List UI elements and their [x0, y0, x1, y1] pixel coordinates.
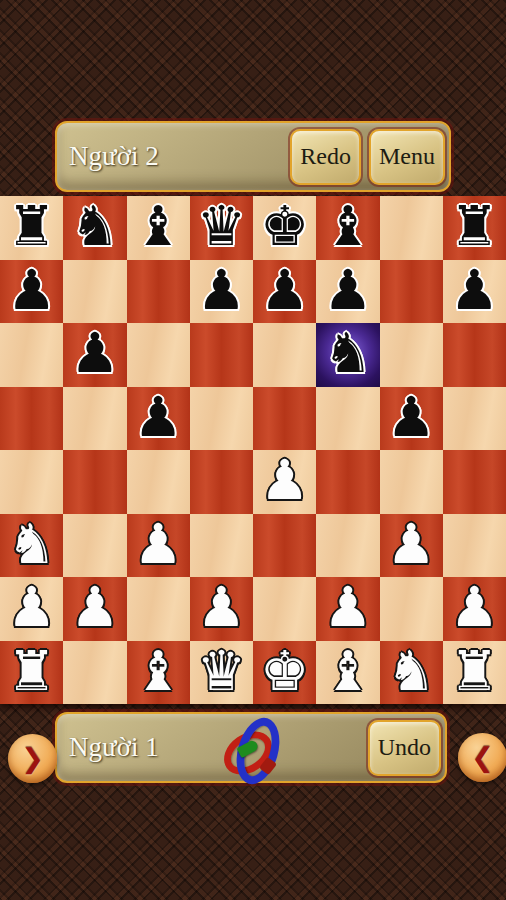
square-a5[interactable] [0, 387, 63, 451]
square-b8[interactable]: ♞ [63, 196, 126, 260]
square-h1[interactable]: ♜ [443, 641, 506, 705]
chess-app-screen: Người 2 Redo Menu ♜♞♝♛♚♝♜♟♟♟♟♟♟♞♟♟♟♞♟♟♟♟… [0, 0, 506, 900]
black-king: ♚ [260, 199, 309, 254]
square-c1[interactable]: ♝ [127, 641, 190, 705]
white-bishop: ♝ [323, 644, 372, 699]
white-pawn: ♟ [386, 517, 435, 572]
white-rook: ♜ [7, 644, 56, 699]
square-f8[interactable]: ♝ [316, 196, 379, 260]
square-f3[interactable] [316, 514, 379, 578]
square-h5[interactable] [443, 387, 506, 451]
black-bishop: ♝ [133, 199, 182, 254]
white-king: ♚ [260, 644, 309, 699]
black-pawn: ♟ [70, 326, 119, 381]
redo-button[interactable]: Redo [290, 129, 361, 185]
bottom-player-bar: Người 1 Undo [55, 712, 447, 783]
square-c3[interactable]: ♟ [127, 514, 190, 578]
square-e3[interactable] [253, 514, 316, 578]
square-a6[interactable] [0, 323, 63, 387]
square-d8[interactable]: ♛ [190, 196, 253, 260]
square-h2[interactable]: ♟ [443, 577, 506, 641]
busy-spinner-icon [224, 717, 282, 779]
next-move-button[interactable]: ❮ [458, 733, 506, 782]
black-knight: ♞ [70, 199, 119, 254]
square-c6[interactable] [127, 323, 190, 387]
player2-label: Người 2 [69, 141, 159, 172]
square-c8[interactable]: ♝ [127, 196, 190, 260]
white-pawn: ♟ [133, 517, 182, 572]
square-c2[interactable] [127, 577, 190, 641]
menu-button[interactable]: Menu [369, 129, 445, 185]
square-d1[interactable]: ♛ [190, 641, 253, 705]
square-b3[interactable] [63, 514, 126, 578]
black-pawn: ♟ [260, 263, 309, 318]
square-h4[interactable] [443, 450, 506, 514]
black-pawn: ♟ [386, 390, 435, 445]
square-g6[interactable] [380, 323, 443, 387]
square-c4[interactable] [127, 450, 190, 514]
black-queen: ♛ [197, 199, 246, 254]
square-f4[interactable] [316, 450, 379, 514]
square-d3[interactable] [190, 514, 253, 578]
square-f7[interactable]: ♟ [316, 260, 379, 324]
white-knight: ♞ [386, 644, 435, 699]
square-h3[interactable] [443, 514, 506, 578]
black-bishop: ♝ [323, 199, 372, 254]
square-a3[interactable]: ♞ [0, 514, 63, 578]
square-d2[interactable]: ♟ [190, 577, 253, 641]
square-a4[interactable] [0, 450, 63, 514]
white-pawn: ♟ [450, 580, 499, 635]
square-d7[interactable]: ♟ [190, 260, 253, 324]
square-f5[interactable] [316, 387, 379, 451]
square-e2[interactable] [253, 577, 316, 641]
chess-board[interactable]: ♜♞♝♛♚♝♜♟♟♟♟♟♟♞♟♟♟♞♟♟♟♟♟♟♟♜♝♛♚♝♞♜ [0, 196, 506, 704]
square-g7[interactable] [380, 260, 443, 324]
square-a2[interactable]: ♟ [0, 577, 63, 641]
square-e8[interactable]: ♚ [253, 196, 316, 260]
chevron-left-icon: ❮ [471, 744, 494, 771]
square-h6[interactable] [443, 323, 506, 387]
square-d5[interactable] [190, 387, 253, 451]
square-a8[interactable]: ♜ [0, 196, 63, 260]
white-pawn: ♟ [197, 580, 246, 635]
black-pawn: ♟ [7, 263, 56, 318]
square-c7[interactable] [127, 260, 190, 324]
square-g2[interactable] [380, 577, 443, 641]
undo-button[interactable]: Undo [368, 720, 441, 776]
white-pawn: ♟ [323, 580, 372, 635]
square-f2[interactable]: ♟ [316, 577, 379, 641]
white-pawn: ♟ [70, 580, 119, 635]
square-g1[interactable]: ♞ [380, 641, 443, 705]
black-pawn: ♟ [197, 263, 246, 318]
square-e7[interactable]: ♟ [253, 260, 316, 324]
square-f6[interactable]: ♞ [316, 323, 379, 387]
square-b2[interactable]: ♟ [63, 577, 126, 641]
top-player-bar: Người 2 Redo Menu [55, 121, 451, 192]
white-knight: ♞ [7, 517, 56, 572]
square-c5[interactable]: ♟ [127, 387, 190, 451]
square-f1[interactable]: ♝ [316, 641, 379, 705]
black-pawn: ♟ [323, 263, 372, 318]
white-pawn: ♟ [260, 453, 309, 508]
black-pawn: ♟ [133, 390, 182, 445]
square-b6[interactable]: ♟ [63, 323, 126, 387]
player1-label: Người 1 [69, 732, 159, 763]
white-pawn: ♟ [7, 580, 56, 635]
square-d6[interactable] [190, 323, 253, 387]
black-knight: ♞ [323, 326, 372, 381]
black-pawn: ♟ [450, 263, 499, 318]
square-e1[interactable]: ♚ [253, 641, 316, 705]
square-g5[interactable]: ♟ [380, 387, 443, 451]
square-h7[interactable]: ♟ [443, 260, 506, 324]
square-e5[interactable] [253, 387, 316, 451]
square-b5[interactable] [63, 387, 126, 451]
black-rook: ♜ [7, 199, 56, 254]
chevron-right-icon: ❯ [21, 745, 44, 772]
square-g4[interactable] [380, 450, 443, 514]
white-queen: ♛ [197, 644, 246, 699]
square-b1[interactable] [63, 641, 126, 705]
square-e6[interactable] [253, 323, 316, 387]
prev-move-button[interactable]: ❯ [8, 734, 57, 783]
square-g8[interactable] [380, 196, 443, 260]
square-g3[interactable]: ♟ [380, 514, 443, 578]
square-e4[interactable]: ♟ [253, 450, 316, 514]
square-b7[interactable] [63, 260, 126, 324]
square-a1[interactable]: ♜ [0, 641, 63, 705]
square-h8[interactable]: ♜ [443, 196, 506, 260]
black-rook: ♜ [450, 199, 499, 254]
square-d4[interactable] [190, 450, 253, 514]
square-b4[interactable] [63, 450, 126, 514]
white-rook: ♜ [450, 644, 499, 699]
square-a7[interactable]: ♟ [0, 260, 63, 324]
white-bishop: ♝ [133, 644, 182, 699]
